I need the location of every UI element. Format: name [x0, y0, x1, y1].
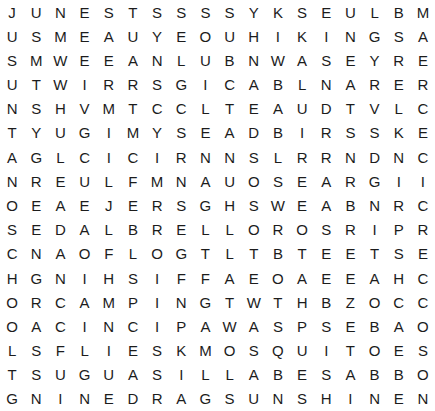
grid-cell[interactable]: A [338, 73, 362, 97]
grid-cell[interactable]: E [290, 193, 314, 217]
grid-cell[interactable]: R [411, 218, 435, 242]
grid-cell[interactable]: L [290, 73, 314, 97]
grid-cell[interactable]: G [72, 121, 96, 145]
grid-cell[interactable]: S [24, 363, 48, 387]
grid-cell[interactable]: P [169, 314, 193, 338]
grid-cell[interactable]: S [169, 0, 193, 24]
grid-cell[interactable]: S [24, 24, 48, 48]
grid-cell[interactable]: E [387, 73, 411, 97]
grid-cell[interactable]: K [387, 121, 411, 145]
grid-cell[interactable]: A [314, 169, 338, 193]
grid-cell[interactable]: R [338, 169, 362, 193]
grid-cell[interactable]: U [338, 0, 362, 24]
grid-cell[interactable]: U [48, 363, 72, 387]
grid-cell[interactable]: A [169, 387, 193, 411]
grid-cell[interactable]: N [24, 242, 48, 266]
grid-cell[interactable]: R [121, 73, 145, 97]
grid-cell[interactable]: N [314, 73, 338, 97]
grid-cell[interactable]: G [24, 145, 48, 169]
grid-cell[interactable]: G [362, 24, 386, 48]
grid-cell[interactable]: C [48, 290, 72, 314]
grid-cell[interactable]: R [387, 193, 411, 217]
grid-cell[interactable]: A [72, 218, 96, 242]
grid-cell[interactable]: U [0, 73, 24, 97]
grid-cell[interactable]: C [145, 97, 169, 121]
grid-cell[interactable]: A [121, 363, 145, 387]
grid-cell[interactable]: I [72, 266, 96, 290]
grid-cell[interactable]: U [72, 169, 96, 193]
grid-cell[interactable]: E [193, 121, 217, 145]
grid-cell[interactable]: I [48, 387, 72, 411]
grid-cell[interactable]: U [217, 169, 241, 193]
grid-cell[interactable]: A [242, 73, 266, 97]
grid-cell[interactable]: S [314, 218, 338, 242]
grid-cell[interactable]: R [97, 73, 121, 97]
grid-cell[interactable]: O [411, 363, 435, 387]
grid-cell[interactable]: M [97, 97, 121, 121]
grid-cell[interactable]: E [314, 266, 338, 290]
grid-cell[interactable]: I [145, 314, 169, 338]
grid-cell[interactable]: B [121, 218, 145, 242]
grid-cell[interactable]: A [97, 24, 121, 48]
grid-cell[interactable]: E [338, 242, 362, 266]
grid-cell[interactable]: W [266, 48, 290, 72]
grid-cell[interactable]: J [0, 0, 24, 24]
grid-cell[interactable]: F [121, 169, 145, 193]
grid-cell[interactable]: B [266, 363, 290, 387]
grid-cell[interactable]: E [411, 121, 435, 145]
grid-cell[interactable]: S [242, 338, 266, 362]
grid-cell[interactable]: T [217, 97, 241, 121]
grid-cell[interactable]: U [217, 24, 241, 48]
grid-cell[interactable]: R [24, 290, 48, 314]
grid-cell[interactable]: F [193, 266, 217, 290]
grid-cell[interactable]: S [314, 363, 338, 387]
grid-cell[interactable]: A [338, 363, 362, 387]
grid-cell[interactable]: I [290, 121, 314, 145]
grid-cell[interactable]: G [24, 266, 48, 290]
grid-cell[interactable]: I [72, 73, 96, 97]
grid-cell[interactable]: B [314, 290, 338, 314]
grid-cell[interactable]: N [411, 387, 435, 411]
grid-cell[interactable]: G [72, 363, 96, 387]
grid-cell[interactable]: Y [145, 24, 169, 48]
grid-cell[interactable]: D [314, 97, 338, 121]
grid-cell[interactable]: I [145, 266, 169, 290]
grid-cell[interactable]: S [411, 338, 435, 362]
grid-cell[interactable]: Y [362, 48, 386, 72]
grid-cell[interactable]: S [387, 242, 411, 266]
grid-cell[interactable]: E [387, 387, 411, 411]
grid-cell[interactable]: I [169, 363, 193, 387]
grid-cell[interactable]: S [290, 0, 314, 24]
grid-cell[interactable]: K [169, 338, 193, 362]
grid-cell[interactable]: C [387, 290, 411, 314]
grid-cell[interactable]: N [362, 387, 386, 411]
grid-cell[interactable]: S [362, 121, 386, 145]
grid-cell[interactable]: S [145, 338, 169, 362]
grid-cell[interactable]: G [193, 193, 217, 217]
grid-cell[interactable]: R [24, 169, 48, 193]
grid-cell[interactable]: N [97, 314, 121, 338]
grid-cell[interactable]: E [411, 48, 435, 72]
grid-cell[interactable]: T [121, 97, 145, 121]
grid-cell[interactable]: A [24, 314, 48, 338]
grid-cell[interactable]: H [290, 290, 314, 314]
grid-cell[interactable]: E [242, 97, 266, 121]
grid-cell[interactable]: W [48, 73, 72, 97]
grid-cell[interactable]: A [193, 169, 217, 193]
grid-cell[interactable]: A [193, 314, 217, 338]
grid-cell[interactable]: S [290, 387, 314, 411]
grid-cell[interactable]: L [72, 338, 96, 362]
grid-cell[interactable]: S [145, 0, 169, 24]
grid-cell[interactable]: O [145, 242, 169, 266]
grid-cell[interactable]: S [169, 121, 193, 145]
grid-cell[interactable]: H [48, 97, 72, 121]
grid-cell[interactable]: T [121, 0, 145, 24]
grid-cell[interactable]: M [24, 48, 48, 72]
grid-cell[interactable]: O [362, 290, 386, 314]
grid-cell[interactable]: R [266, 218, 290, 242]
word-search-board[interactable]: JUNESTSSSSYKSEULBMUSMEAUYEOUHIKINGSASMWE… [0, 0, 435, 411]
grid-cell[interactable]: L [193, 97, 217, 121]
grid-cell[interactable]: G [193, 387, 217, 411]
grid-cell[interactable]: P [121, 290, 145, 314]
grid-cell[interactable]: N [193, 145, 217, 169]
grid-cell[interactable]: S [338, 121, 362, 145]
grid-cell[interactable]: B [266, 242, 290, 266]
grid-cell[interactable]: O [242, 169, 266, 193]
grid-cell[interactable]: H [0, 266, 24, 290]
grid-cell[interactable]: I [266, 24, 290, 48]
grid-cell[interactable]: R [314, 121, 338, 145]
grid-cell[interactable]: K [266, 0, 290, 24]
grid-cell[interactable]: M [97, 290, 121, 314]
grid-cell[interactable]: O [0, 193, 24, 217]
grid-cell[interactable]: C [169, 97, 193, 121]
grid-cell[interactable]: T [24, 73, 48, 97]
grid-cell[interactable]: S [121, 266, 145, 290]
grid-cell[interactable]: I [193, 73, 217, 97]
grid-cell[interactable]: G [362, 169, 386, 193]
grid-cell[interactable]: V [72, 97, 96, 121]
grid-cell[interactable]: N [169, 169, 193, 193]
grid-cell[interactable]: C [411, 290, 435, 314]
grid-cell[interactable]: E [24, 193, 48, 217]
grid-cell[interactable]: C [411, 266, 435, 290]
grid-cell[interactable]: U [0, 24, 24, 48]
grid-cell[interactable]: I [97, 145, 121, 169]
grid-cell[interactable]: W [48, 48, 72, 72]
grid-cell[interactable]: S [97, 0, 121, 24]
grid-cell[interactable]: T [266, 290, 290, 314]
grid-cell[interactable]: L [121, 242, 145, 266]
grid-cell[interactable]: R [145, 193, 169, 217]
grid-cell[interactable]: U [121, 24, 145, 48]
grid-cell[interactable]: L [193, 218, 217, 242]
grid-cell[interactable]: S [169, 193, 193, 217]
grid-cell[interactable]: O [242, 218, 266, 242]
grid-cell[interactable]: D [242, 121, 266, 145]
grid-cell[interactable]: C [48, 314, 72, 338]
grid-cell[interactable]: U [193, 48, 217, 72]
grid-cell[interactable]: R [145, 387, 169, 411]
grid-cell[interactable]: R [290, 145, 314, 169]
grid-cell[interactable]: T [0, 121, 24, 145]
grid-cell[interactable]: Z [338, 290, 362, 314]
grid-cell[interactable]: R [387, 48, 411, 72]
grid-cell[interactable]: O [217, 338, 241, 362]
grid-cell[interactable]: H [97, 266, 121, 290]
grid-cell[interactable]: W [266, 193, 290, 217]
grid-cell[interactable]: A [290, 48, 314, 72]
grid-cell[interactable]: E [338, 314, 362, 338]
grid-cell[interactable]: E [314, 242, 338, 266]
grid-cell[interactable]: P [387, 218, 411, 242]
grid-cell[interactable]: S [242, 145, 266, 169]
grid-cell[interactable]: E [242, 266, 266, 290]
grid-cell[interactable]: I [97, 338, 121, 362]
grid-cell[interactable]: A [411, 24, 435, 48]
grid-cell[interactable]: A [48, 193, 72, 217]
grid-cell[interactable]: L [362, 0, 386, 24]
grid-cell[interactable]: N [145, 48, 169, 72]
grid-cell[interactable]: O [72, 242, 96, 266]
grid-cell[interactable]: J [97, 193, 121, 217]
grid-cell[interactable]: M [193, 338, 217, 362]
grid-cell[interactable]: U [48, 121, 72, 145]
grid-cell[interactable]: W [242, 290, 266, 314]
grid-cell[interactable]: A [314, 193, 338, 217]
grid-cell[interactable]: Y [242, 0, 266, 24]
grid-cell[interactable]: C [411, 193, 435, 217]
grid-cell[interactable]: S [0, 218, 24, 242]
grid-cell[interactable]: A [362, 266, 386, 290]
grid-cell[interactable]: S [266, 314, 290, 338]
grid-cell[interactable]: B [362, 314, 386, 338]
grid-cell[interactable]: A [217, 121, 241, 145]
grid-cell[interactable]: C [121, 314, 145, 338]
grid-cell[interactable]: L [169, 48, 193, 72]
grid-cell[interactable]: G [0, 387, 24, 411]
grid-cell[interactable]: S [193, 0, 217, 24]
grid-cell[interactable]: A [121, 48, 145, 72]
grid-cell[interactable]: E [290, 363, 314, 387]
grid-cell[interactable]: E [169, 218, 193, 242]
grid-cell[interactable]: E [97, 48, 121, 72]
grid-cell[interactable]: E [387, 338, 411, 362]
grid-cell[interactable]: C [411, 97, 435, 121]
grid-cell[interactable]: H [387, 266, 411, 290]
grid-cell[interactable]: E [338, 48, 362, 72]
grid-cell[interactable]: S [217, 387, 241, 411]
grid-cell[interactable]: F [169, 266, 193, 290]
grid-cell[interactable]: E [314, 0, 338, 24]
grid-cell[interactable]: S [242, 193, 266, 217]
grid-cell[interactable]: T [217, 290, 241, 314]
grid-cell[interactable]: S [314, 314, 338, 338]
grid-cell[interactable]: E [411, 242, 435, 266]
grid-cell[interactable]: A [290, 266, 314, 290]
grid-cell[interactable]: O [290, 218, 314, 242]
grid-cell[interactable]: A [72, 290, 96, 314]
grid-cell[interactable]: N [338, 24, 362, 48]
grid-cell[interactable]: R [169, 145, 193, 169]
grid-cell[interactable]: G [169, 242, 193, 266]
grid-cell[interactable]: B [217, 48, 241, 72]
grid-cell[interactable]: D [121, 387, 145, 411]
grid-cell[interactable]: E [97, 387, 121, 411]
grid-cell[interactable]: E [338, 266, 362, 290]
grid-cell[interactable]: I [411, 169, 435, 193]
grid-cell[interactable]: O [362, 338, 386, 362]
grid-cell[interactable]: Y [24, 121, 48, 145]
grid-cell[interactable]: E [24, 218, 48, 242]
grid-cell[interactable]: A [48, 242, 72, 266]
grid-cell[interactable]: T [0, 363, 24, 387]
grid-cell[interactable]: S [217, 0, 241, 24]
grid-cell[interactable]: T [362, 242, 386, 266]
grid-cell[interactable]: E [72, 48, 96, 72]
grid-cell[interactable]: H [217, 193, 241, 217]
grid-cell[interactable]: P [290, 314, 314, 338]
grid-cell[interactable]: C [411, 145, 435, 169]
grid-cell[interactable]: M [48, 24, 72, 48]
grid-cell[interactable]: L [217, 218, 241, 242]
grid-cell[interactable]: O [0, 290, 24, 314]
grid-cell[interactable]: E [121, 193, 145, 217]
grid-cell[interactable]: B [266, 121, 290, 145]
grid-cell[interactable]: R [411, 73, 435, 97]
grid-cell[interactable]: E [290, 169, 314, 193]
grid-cell[interactable]: I [72, 314, 96, 338]
grid-cell[interactable]: T [338, 97, 362, 121]
grid-cell[interactable]: B [266, 73, 290, 97]
grid-cell[interactable]: A [217, 266, 241, 290]
grid-cell[interactable]: R [338, 218, 362, 242]
grid-cell[interactable]: N [266, 387, 290, 411]
grid-cell[interactable]: L [48, 145, 72, 169]
grid-cell[interactable]: S [387, 24, 411, 48]
grid-cell[interactable]: M [145, 169, 169, 193]
grid-cell[interactable]: Q [266, 338, 290, 362]
grid-cell[interactable]: L [217, 363, 241, 387]
grid-cell[interactable]: I [314, 338, 338, 362]
grid-cell[interactable]: S [266, 169, 290, 193]
grid-cell[interactable]: S [24, 338, 48, 362]
grid-cell[interactable]: N [48, 0, 72, 24]
grid-cell[interactable]: C [121, 145, 145, 169]
grid-cell[interactable]: U [24, 0, 48, 24]
grid-cell[interactable]: S [145, 73, 169, 97]
grid-cell[interactable]: D [362, 145, 386, 169]
grid-cell[interactable]: F [48, 338, 72, 362]
grid-cell[interactable]: N [217, 145, 241, 169]
grid-cell[interactable]: N [0, 97, 24, 121]
grid-cell[interactable]: O [0, 314, 24, 338]
grid-cell[interactable]: I [145, 145, 169, 169]
grid-cell[interactable]: N [362, 193, 386, 217]
grid-cell[interactable]: U [290, 338, 314, 362]
grid-cell[interactable]: N [48, 266, 72, 290]
grid-cell[interactable]: O [411, 314, 435, 338]
grid-cell[interactable]: T [242, 242, 266, 266]
grid-cell[interactable]: R [145, 218, 169, 242]
grid-cell[interactable]: A [266, 97, 290, 121]
grid-cell[interactable]: A [387, 314, 411, 338]
grid-cell[interactable]: I [362, 218, 386, 242]
grid-cell[interactable]: E [72, 24, 96, 48]
grid-cell[interactable]: H [314, 387, 338, 411]
grid-cell[interactable]: V [362, 97, 386, 121]
grid-cell[interactable]: N [387, 145, 411, 169]
grid-cell[interactable]: G [169, 73, 193, 97]
grid-cell[interactable]: C [0, 242, 24, 266]
grid-cell[interactable]: H [242, 24, 266, 48]
grid-cell[interactable]: W [217, 314, 241, 338]
grid-cell[interactable]: K [290, 24, 314, 48]
grid-cell[interactable]: T [290, 242, 314, 266]
grid-cell[interactable]: D [48, 218, 72, 242]
grid-cell[interactable]: E [48, 169, 72, 193]
grid-cell[interactable]: S [145, 363, 169, 387]
grid-cell[interactable]: N [169, 290, 193, 314]
grid-cell[interactable]: F [97, 242, 121, 266]
grid-cell[interactable]: I [387, 169, 411, 193]
grid-cell[interactable]: T [338, 338, 362, 362]
grid-cell[interactable]: E [169, 24, 193, 48]
grid-cell[interactable]: U [242, 387, 266, 411]
grid-cell[interactable]: L [0, 338, 24, 362]
grid-cell[interactable]: N [24, 387, 48, 411]
grid-cell[interactable]: B [338, 193, 362, 217]
grid-cell[interactable]: A [242, 363, 266, 387]
grid-cell[interactable]: M [121, 121, 145, 145]
grid-cell[interactable]: B [362, 363, 386, 387]
grid-cell[interactable]: I [97, 121, 121, 145]
grid-cell[interactable]: S [24, 97, 48, 121]
grid-cell[interactable]: B [387, 363, 411, 387]
grid-cell[interactable]: T [193, 242, 217, 266]
grid-cell[interactable]: Y [145, 121, 169, 145]
grid-cell[interactable]: S [0, 48, 24, 72]
grid-cell[interactable]: N [338, 145, 362, 169]
grid-cell[interactable]: R [362, 73, 386, 97]
grid-cell[interactable]: I [314, 24, 338, 48]
grid-cell[interactable]: N [0, 169, 24, 193]
grid-cell[interactable]: I [338, 387, 362, 411]
grid-cell[interactable]: C [217, 73, 241, 97]
grid-cell[interactable]: U [290, 97, 314, 121]
grid-cell[interactable]: L [97, 169, 121, 193]
grid-cell[interactable]: L [193, 363, 217, 387]
grid-cell[interactable]: E [121, 338, 145, 362]
grid-cell[interactable]: B [387, 0, 411, 24]
grid-cell[interactable]: E [72, 0, 96, 24]
grid-cell[interactable]: O [266, 266, 290, 290]
grid-cell[interactable]: L [97, 218, 121, 242]
grid-cell[interactable]: L [217, 242, 241, 266]
grid-cell[interactable]: E [72, 193, 96, 217]
grid-cell[interactable]: A [0, 145, 24, 169]
grid-cell[interactable]: M [411, 0, 435, 24]
grid-cell[interactable]: U [97, 363, 121, 387]
grid-cell[interactable]: L [387, 97, 411, 121]
grid-cell[interactable]: N [242, 48, 266, 72]
grid-cell[interactable]: S [314, 48, 338, 72]
grid-cell[interactable]: C [72, 145, 96, 169]
